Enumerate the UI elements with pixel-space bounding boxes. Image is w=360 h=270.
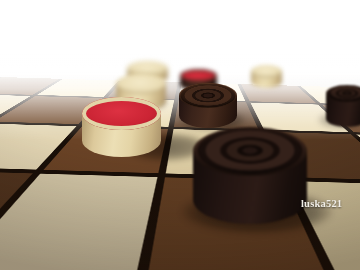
piece-top	[116, 74, 166, 94]
checker-piece-dark-right-edge[interactable]	[326, 85, 360, 127]
checker-piece-dark-foreground[interactable]	[193, 127, 307, 224]
checker-piece-cream-far-right[interactable]	[251, 65, 282, 88]
board-photo: luska521	[0, 0, 360, 270]
piece-top	[251, 65, 282, 78]
watermark: luska521	[301, 198, 342, 209]
pieces-layer	[0, 0, 360, 270]
piece-top	[180, 69, 217, 82]
checker-piece-red-cap-hero[interactable]	[82, 97, 161, 157]
piece-top	[326, 85, 360, 102]
piece-top	[193, 127, 307, 176]
piece-top	[179, 83, 237, 108]
checker-piece-dark-mid[interactable]	[179, 83, 237, 128]
piece-top	[82, 97, 161, 130]
